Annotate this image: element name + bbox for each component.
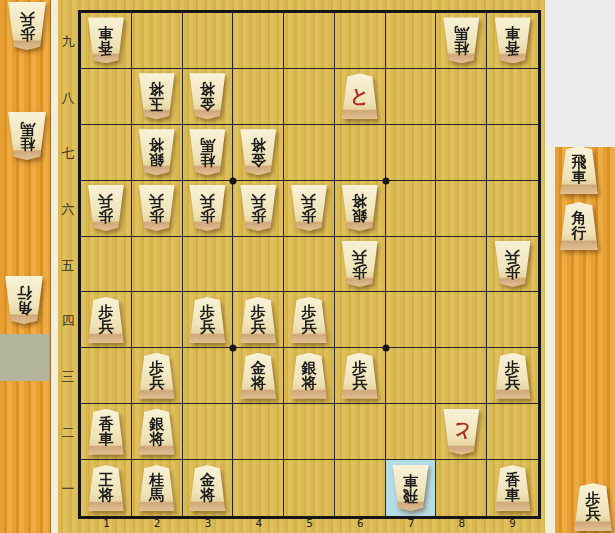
piece-body: 香車 xyxy=(494,465,532,511)
piece-kanji: 歩兵 xyxy=(505,361,520,391)
piece-body: と xyxy=(442,409,480,455)
piece-kanji: 香車 xyxy=(98,25,113,55)
shogi-board: 香車桂馬香車玉将金将と銀将桂馬金将歩兵歩兵歩兵歩兵歩兵銀将歩兵歩兵歩兵歩兵歩兵歩… xyxy=(78,10,541,519)
piece-銀将[interactable]: 銀将 xyxy=(138,409,176,455)
square-2二[interactable]: 銀将 xyxy=(132,404,183,460)
square-6七[interactable] xyxy=(335,125,386,181)
file-label-5: 5 xyxy=(300,517,320,530)
piece-body: 王将 xyxy=(87,465,125,511)
piece-kanji: 角行 xyxy=(17,285,32,315)
square-4七[interactable]: 金将 xyxy=(233,125,284,181)
piece-歩兵[interactable]: 歩兵 xyxy=(290,185,328,231)
square-7五[interactable] xyxy=(386,237,437,293)
square-4五[interactable] xyxy=(233,237,284,293)
star-point xyxy=(230,177,237,184)
piece-body: 歩兵 xyxy=(341,353,379,399)
square-4八[interactable] xyxy=(233,69,284,125)
piece-body: 歩兵 xyxy=(239,185,277,231)
square-2五[interactable] xyxy=(132,237,183,293)
square-5二[interactable] xyxy=(284,404,335,460)
piece-body: 歩兵 xyxy=(188,185,226,231)
square-8八[interactable] xyxy=(436,69,487,125)
square-4六[interactable]: 歩兵 xyxy=(233,181,284,237)
rank-label-三: 三 xyxy=(58,368,78,386)
star-point xyxy=(230,345,237,352)
square-1三[interactable] xyxy=(81,348,132,404)
left-piece-stand xyxy=(0,0,50,533)
file-label-2: 2 xyxy=(147,517,167,530)
piece-kanji: 王将 xyxy=(98,473,113,503)
piece-body: 玉将 xyxy=(138,73,176,119)
captured-piece-桂馬[interactable]: 桂馬 xyxy=(7,112,47,160)
piece-金将[interactable]: 金将 xyxy=(239,129,277,175)
square-7四[interactable] xyxy=(386,292,437,348)
piece-kanji: 香車 xyxy=(505,473,520,503)
piece-kanji: 歩兵 xyxy=(149,193,164,223)
square-2一[interactable]: 桂馬 xyxy=(132,460,183,516)
piece-body: 歩兵 xyxy=(138,185,176,231)
piece-body: 桂馬 xyxy=(138,465,176,511)
square-5一[interactable] xyxy=(284,460,335,516)
square-9八[interactable] xyxy=(487,69,538,125)
piece-body: 銀将 xyxy=(138,409,176,455)
square-9二[interactable] xyxy=(487,404,538,460)
piece-body: と xyxy=(341,73,379,119)
piece-body: 角行 xyxy=(559,202,599,250)
square-3七[interactable]: 桂馬 xyxy=(183,125,234,181)
piece-body: 歩兵 xyxy=(239,297,277,343)
square-6二[interactable] xyxy=(335,404,386,460)
square-1六[interactable]: 歩兵 xyxy=(81,181,132,237)
square-5四[interactable]: 歩兵 xyxy=(284,292,335,348)
square-3三[interactable] xyxy=(183,348,234,404)
square-1四[interactable]: 歩兵 xyxy=(81,292,132,348)
square-4九[interactable] xyxy=(233,13,284,69)
piece-香車[interactable]: 香車 xyxy=(87,409,125,455)
piece-歩兵[interactable]: 歩兵 xyxy=(341,353,379,399)
square-6八[interactable]: と xyxy=(335,69,386,125)
piece-歩兵[interactable]: 歩兵 xyxy=(188,185,226,231)
piece-金将[interactable]: 金将 xyxy=(188,73,226,119)
piece-kanji: 桂馬 xyxy=(149,473,164,503)
piece-body: 金将 xyxy=(188,465,226,511)
piece-kanji: 銀将 xyxy=(352,193,367,223)
square-5九[interactable] xyxy=(284,13,335,69)
square-5七[interactable] xyxy=(284,125,335,181)
square-9一[interactable]: 香車 xyxy=(487,460,538,516)
square-3八[interactable]: 金将 xyxy=(183,69,234,125)
captured-piece-飛車[interactable]: 飛車 xyxy=(559,146,599,194)
piece-香車[interactable]: 香車 xyxy=(494,465,532,511)
rank-label-一: 一 xyxy=(58,480,78,498)
piece-銀将[interactable]: 銀将 xyxy=(138,129,176,175)
piece-body: 歩兵 xyxy=(188,297,226,343)
piece-body: 銀将 xyxy=(341,185,379,231)
square-9六[interactable] xyxy=(487,181,538,237)
square-1一[interactable]: 王将 xyxy=(81,460,132,516)
piece-kanji: 桂馬 xyxy=(454,25,469,55)
piece-kanji: 歩兵 xyxy=(586,492,601,522)
piece-飛車[interactable]: 飛車 xyxy=(392,465,430,511)
square-5六[interactable]: 歩兵 xyxy=(284,181,335,237)
square-2七[interactable]: 銀将 xyxy=(132,125,183,181)
square-3六[interactable]: 歩兵 xyxy=(183,181,234,237)
piece-body: 桂馬 xyxy=(442,17,480,63)
piece-kanji: 歩兵 xyxy=(251,193,266,223)
square-7一[interactable]: 飛車 xyxy=(386,460,437,516)
rank-label-五: 五 xyxy=(58,257,78,275)
square-2六[interactable]: 歩兵 xyxy=(132,181,183,237)
rank-label-二: 二 xyxy=(58,424,78,442)
piece-kanji: 歩兵 xyxy=(98,193,113,223)
piece-body: 角行 xyxy=(4,276,44,324)
piece-body: 銀将 xyxy=(290,353,328,399)
rank-label-七: 七 xyxy=(58,145,78,163)
piece-kanji: 銀将 xyxy=(301,361,316,391)
piece-body: 歩兵 xyxy=(341,241,379,287)
square-3一[interactable]: 金将 xyxy=(183,460,234,516)
star-point xyxy=(382,345,389,352)
piece-kanji: 銀将 xyxy=(149,137,164,167)
square-9四[interactable] xyxy=(487,292,538,348)
square-7八[interactable] xyxy=(386,69,437,125)
piece-歩兵[interactable]: 歩兵 xyxy=(341,241,379,287)
piece-王将[interactable]: 王将 xyxy=(87,465,125,511)
file-label-6: 6 xyxy=(350,517,370,530)
right-gray-panel xyxy=(545,0,615,147)
square-9九[interactable]: 香車 xyxy=(487,13,538,69)
square-3九[interactable] xyxy=(183,13,234,69)
piece-歩兵[interactable]: 歩兵 xyxy=(290,297,328,343)
captured-piece-歩兵[interactable]: 歩兵 xyxy=(7,2,47,50)
piece-body: 香車 xyxy=(494,17,532,63)
square-6九[interactable] xyxy=(335,13,386,69)
piece-kanji: 香車 xyxy=(98,417,113,447)
piece-body: 桂馬 xyxy=(7,112,47,160)
square-8七[interactable] xyxy=(436,125,487,181)
square-7九[interactable] xyxy=(386,13,437,69)
square-5八[interactable] xyxy=(284,69,335,125)
piece-kanji: 銀将 xyxy=(149,417,164,447)
piece-歩兵[interactable]: 歩兵 xyxy=(138,353,176,399)
piece-body: 歩兵 xyxy=(573,483,613,531)
square-1九[interactable]: 香車 xyxy=(81,13,132,69)
piece-kanji: 歩兵 xyxy=(200,305,215,335)
piece-歩兵[interactable]: 歩兵 xyxy=(239,185,277,231)
square-7六[interactable] xyxy=(386,181,437,237)
square-8四[interactable] xyxy=(436,292,487,348)
piece-kanji: 歩兵 xyxy=(301,193,316,223)
piece-body: 飛車 xyxy=(392,465,430,511)
square-5三[interactable]: 銀将 xyxy=(284,348,335,404)
piece-kanji: と xyxy=(452,422,471,441)
piece-kanji: 歩兵 xyxy=(352,249,367,279)
piece-body: 歩兵 xyxy=(494,241,532,287)
piece-kanji: と xyxy=(350,87,369,106)
piece-kanji: 桂馬 xyxy=(20,121,35,151)
piece-kanji: 歩兵 xyxy=(301,305,316,335)
square-6六[interactable]: 銀将 xyxy=(335,181,386,237)
square-4一[interactable] xyxy=(233,460,284,516)
piece-body: 歩兵 xyxy=(87,185,125,231)
piece-桂馬[interactable]: 桂馬 xyxy=(442,17,480,63)
square-2八[interactable]: 玉将 xyxy=(132,69,183,125)
square-2三[interactable]: 歩兵 xyxy=(132,348,183,404)
square-7三[interactable] xyxy=(386,348,437,404)
square-8三[interactable] xyxy=(436,348,487,404)
square-9五[interactable]: 歩兵 xyxy=(487,237,538,293)
file-label-4: 4 xyxy=(249,517,269,530)
piece-歩兵[interactable]: 歩兵 xyxy=(494,241,532,287)
piece-kanji: 角行 xyxy=(572,211,587,241)
shogi-app: 香車桂馬香車玉将金将と銀将桂馬金将歩兵歩兵歩兵歩兵歩兵銀将歩兵歩兵歩兵歩兵歩兵歩… xyxy=(0,0,615,533)
piece-kanji: 歩兵 xyxy=(251,305,266,335)
square-3四[interactable]: 歩兵 xyxy=(183,292,234,348)
piece-歩兵[interactable]: 歩兵 xyxy=(87,185,125,231)
piece-と[interactable]: と xyxy=(442,409,480,455)
file-label-7: 7 xyxy=(401,517,421,530)
square-6四[interactable] xyxy=(335,292,386,348)
piece-kanji: 歩兵 xyxy=(98,305,113,335)
square-6五[interactable]: 歩兵 xyxy=(335,237,386,293)
rank-label-六: 六 xyxy=(58,201,78,219)
square-3二[interactable] xyxy=(183,404,234,460)
square-9七[interactable] xyxy=(487,125,538,181)
piece-body: 歩兵 xyxy=(290,185,328,231)
piece-kanji: 飛車 xyxy=(572,155,587,185)
piece-歩兵[interactable]: 歩兵 xyxy=(494,353,532,399)
piece-body: 金将 xyxy=(239,353,277,399)
square-2九[interactable] xyxy=(132,13,183,69)
captured-piece-角行[interactable]: 角行 xyxy=(4,276,44,324)
square-9三[interactable]: 歩兵 xyxy=(487,348,538,404)
square-8九[interactable]: 桂馬 xyxy=(436,13,487,69)
square-8二[interactable]: と xyxy=(436,404,487,460)
piece-body: 歩兵 xyxy=(494,353,532,399)
piece-body: 香車 xyxy=(87,409,125,455)
piece-歩兵[interactable]: 歩兵 xyxy=(87,297,125,343)
piece-kanji: 歩兵 xyxy=(200,193,215,223)
piece-銀将[interactable]: 銀将 xyxy=(341,185,379,231)
square-4二[interactable] xyxy=(233,404,284,460)
square-4四[interactable]: 歩兵 xyxy=(233,292,284,348)
square-6一[interactable] xyxy=(335,460,386,516)
piece-桂馬[interactable]: 桂馬 xyxy=(138,465,176,511)
piece-body: 歩兵 xyxy=(290,297,328,343)
piece-kanji: 桂馬 xyxy=(200,137,215,167)
piece-kanji: 飛車 xyxy=(403,473,418,503)
piece-歩兵[interactable]: 歩兵 xyxy=(239,297,277,343)
piece-body: 桂馬 xyxy=(188,129,226,175)
piece-body: 歩兵 xyxy=(138,353,176,399)
piece-body: 歩兵 xyxy=(7,2,47,50)
square-1七[interactable] xyxy=(81,125,132,181)
piece-kanji: 金将 xyxy=(251,361,266,391)
piece-kanji: 香車 xyxy=(505,25,520,55)
file-label-1: 1 xyxy=(96,517,116,530)
piece-kanji: 金将 xyxy=(251,137,266,167)
piece-香車[interactable]: 香車 xyxy=(494,17,532,63)
square-1二[interactable]: 香車 xyxy=(81,404,132,460)
square-8五[interactable] xyxy=(436,237,487,293)
piece-と[interactable]: と xyxy=(341,73,379,119)
piece-kanji: 歩兵 xyxy=(352,361,367,391)
piece-body: 金将 xyxy=(239,129,277,175)
piece-kanji: 歩兵 xyxy=(20,11,35,41)
square-7二[interactable] xyxy=(386,404,437,460)
square-8六[interactable] xyxy=(436,181,487,237)
captured-piece-歩兵[interactable]: 歩兵 xyxy=(573,483,613,531)
square-8一[interactable] xyxy=(436,460,487,516)
rank-label-八: 八 xyxy=(58,89,78,107)
piece-金将[interactable]: 金将 xyxy=(239,353,277,399)
piece-body: 飛車 xyxy=(559,146,599,194)
square-6三[interactable]: 歩兵 xyxy=(335,348,386,404)
square-7七[interactable] xyxy=(386,125,437,181)
piece-body: 香車 xyxy=(87,17,125,63)
star-point xyxy=(382,177,389,184)
rank-label-九: 九 xyxy=(58,33,78,51)
piece-kanji: 金将 xyxy=(200,81,215,111)
piece-body: 歩兵 xyxy=(87,297,125,343)
piece-歩兵[interactable]: 歩兵 xyxy=(188,297,226,343)
file-label-3: 3 xyxy=(198,517,218,530)
piece-kanji: 金将 xyxy=(200,473,215,503)
piece-stand-block xyxy=(0,334,49,381)
captured-piece-角行[interactable]: 角行 xyxy=(559,202,599,250)
piece-桂馬[interactable]: 桂馬 xyxy=(188,129,226,175)
piece-玉将[interactable]: 玉将 xyxy=(138,73,176,119)
piece-香車[interactable]: 香車 xyxy=(87,17,125,63)
piece-kanji: 玉将 xyxy=(149,81,164,111)
piece-銀将[interactable]: 銀将 xyxy=(290,353,328,399)
piece-kanji: 歩兵 xyxy=(149,361,164,391)
rank-label-四: 四 xyxy=(58,312,78,330)
piece-body: 金将 xyxy=(188,73,226,119)
square-1五[interactable] xyxy=(81,237,132,293)
square-1八[interactable] xyxy=(81,69,132,125)
file-label-8: 8 xyxy=(452,517,472,530)
piece-body: 銀将 xyxy=(138,129,176,175)
piece-kanji: 歩兵 xyxy=(505,249,520,279)
piece-金将[interactable]: 金将 xyxy=(188,465,226,511)
square-5五[interactable] xyxy=(284,237,335,293)
square-4三[interactable]: 金将 xyxy=(233,348,284,404)
file-label-9: 9 xyxy=(503,517,523,530)
square-2四[interactable] xyxy=(132,292,183,348)
piece-歩兵[interactable]: 歩兵 xyxy=(138,185,176,231)
square-3五[interactable] xyxy=(183,237,234,293)
